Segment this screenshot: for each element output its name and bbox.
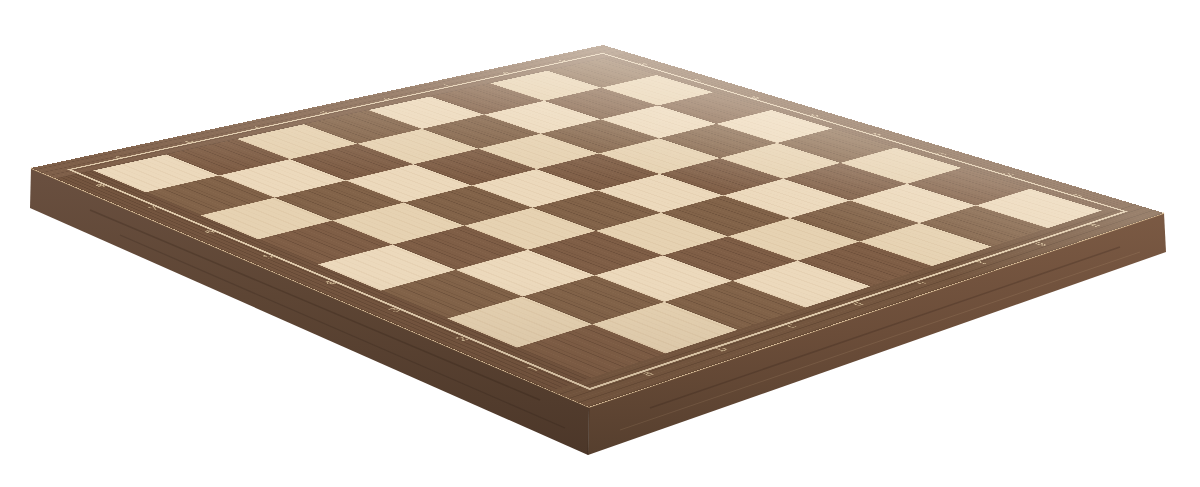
chessboard-product-photo: abcdefghabcdefgh8765432187654321 xyxy=(0,0,1200,487)
